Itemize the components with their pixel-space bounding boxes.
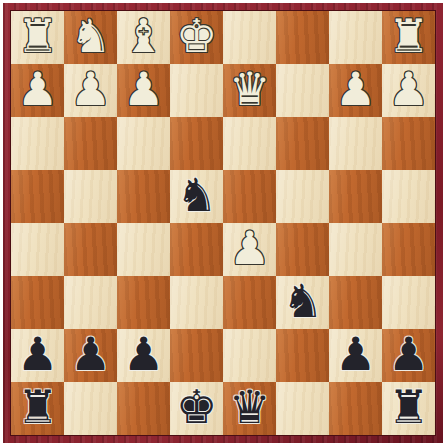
- square-e5[interactable]: [170, 223, 223, 276]
- white-pawn-f2[interactable]: ♟: [123, 64, 164, 116]
- square-f3[interactable]: [117, 117, 170, 170]
- square-g6[interactable]: [64, 276, 117, 329]
- square-f4[interactable]: [117, 170, 170, 223]
- square-f2[interactable]: ♟: [117, 64, 170, 117]
- square-g3[interactable]: [64, 117, 117, 170]
- square-g4[interactable]: [64, 170, 117, 223]
- white-knight-g1[interactable]: ♞: [70, 11, 111, 63]
- white-pawn-h2[interactable]: ♟: [17, 64, 58, 116]
- chess-screenshot: ♜♞♝♚♜♟♟♟♛♟♟♞♟♞♟♟♟♟♟♜♚♛♜: [0, 0, 446, 446]
- square-h5[interactable]: [11, 223, 64, 276]
- square-d6[interactable]: [223, 276, 276, 329]
- square-e1[interactable]: ♚: [170, 11, 223, 64]
- white-pawn-a2[interactable]: ♟: [388, 64, 429, 116]
- square-b1[interactable]: [329, 11, 382, 64]
- square-a8[interactable]: ♜: [382, 382, 435, 435]
- square-c7[interactable]: [276, 329, 329, 382]
- white-pawn-g2[interactable]: ♟: [70, 64, 111, 116]
- square-g5[interactable]: [64, 223, 117, 276]
- square-b2[interactable]: ♟: [329, 64, 382, 117]
- square-d2[interactable]: ♛: [223, 64, 276, 117]
- square-b7[interactable]: ♟: [329, 329, 382, 382]
- square-c4[interactable]: [276, 170, 329, 223]
- square-h4[interactable]: [11, 170, 64, 223]
- square-c8[interactable]: [276, 382, 329, 435]
- square-c5[interactable]: [276, 223, 329, 276]
- square-b3[interactable]: [329, 117, 382, 170]
- square-d1[interactable]: [223, 11, 276, 64]
- white-king-e1[interactable]: ♚: [176, 11, 217, 63]
- square-a7[interactable]: ♟: [382, 329, 435, 382]
- square-e2[interactable]: [170, 64, 223, 117]
- square-h3[interactable]: [11, 117, 64, 170]
- square-h1[interactable]: ♜: [11, 11, 64, 64]
- square-e8[interactable]: ♚: [170, 382, 223, 435]
- white-queen-d2[interactable]: ♛: [229, 64, 270, 116]
- square-g7[interactable]: ♟: [64, 329, 117, 382]
- black-king-e8[interactable]: ♚: [176, 382, 217, 434]
- square-c1[interactable]: [276, 11, 329, 64]
- square-b5[interactable]: [329, 223, 382, 276]
- black-pawn-b7[interactable]: ♟: [335, 329, 376, 381]
- square-d3[interactable]: [223, 117, 276, 170]
- black-knight-e4[interactable]: ♞: [176, 170, 217, 222]
- square-e7[interactable]: [170, 329, 223, 382]
- square-e6[interactable]: [170, 276, 223, 329]
- black-pawn-f7[interactable]: ♟: [123, 329, 164, 381]
- black-pawn-a7[interactable]: ♟: [388, 329, 429, 381]
- square-f6[interactable]: [117, 276, 170, 329]
- black-rook-a8[interactable]: ♜: [388, 382, 429, 434]
- square-d8[interactable]: ♛: [223, 382, 276, 435]
- square-h7[interactable]: ♟: [11, 329, 64, 382]
- square-b4[interactable]: [329, 170, 382, 223]
- square-f1[interactable]: ♝: [117, 11, 170, 64]
- square-d5[interactable]: ♟: [223, 223, 276, 276]
- square-f5[interactable]: [117, 223, 170, 276]
- square-a6[interactable]: [382, 276, 435, 329]
- black-queen-d8[interactable]: ♛: [229, 382, 270, 434]
- black-pawn-g7[interactable]: ♟: [70, 329, 111, 381]
- square-a3[interactable]: [382, 117, 435, 170]
- square-f7[interactable]: ♟: [117, 329, 170, 382]
- square-g2[interactable]: ♟: [64, 64, 117, 117]
- square-b6[interactable]: [329, 276, 382, 329]
- square-h8[interactable]: ♜: [11, 382, 64, 435]
- square-h2[interactable]: ♟: [11, 64, 64, 117]
- white-rook-a1[interactable]: ♜: [388, 11, 429, 63]
- black-rook-h8[interactable]: ♜: [17, 382, 58, 434]
- white-pawn-b2[interactable]: ♟: [335, 64, 376, 116]
- chess-board: ♜♞♝♚♜♟♟♟♛♟♟♞♟♞♟♟♟♟♟♜♚♛♜: [10, 10, 436, 436]
- square-d4[interactable]: [223, 170, 276, 223]
- square-a4[interactable]: [382, 170, 435, 223]
- white-pawn-d5[interactable]: ♟: [229, 223, 270, 275]
- square-d7[interactable]: [223, 329, 276, 382]
- square-h6[interactable]: [11, 276, 64, 329]
- square-c2[interactable]: [276, 64, 329, 117]
- square-a2[interactable]: ♟: [382, 64, 435, 117]
- black-knight-c6[interactable]: ♞: [282, 276, 323, 328]
- square-e3[interactable]: [170, 117, 223, 170]
- square-a5[interactable]: [382, 223, 435, 276]
- square-c6[interactable]: ♞: [276, 276, 329, 329]
- square-g1[interactable]: ♞: [64, 11, 117, 64]
- square-e4[interactable]: ♞: [170, 170, 223, 223]
- board-frame: ♜♞♝♚♜♟♟♟♛♟♟♞♟♞♟♟♟♟♟♜♚♛♜: [3, 3, 443, 443]
- square-g8[interactable]: [64, 382, 117, 435]
- square-a1[interactable]: ♜: [382, 11, 435, 64]
- black-pawn-h7[interactable]: ♟: [17, 329, 58, 381]
- white-rook-h1[interactable]: ♜: [17, 11, 58, 63]
- square-b8[interactable]: [329, 382, 382, 435]
- white-bishop-f1[interactable]: ♝: [123, 11, 164, 63]
- square-c3[interactable]: [276, 117, 329, 170]
- square-f8[interactable]: [117, 382, 170, 435]
